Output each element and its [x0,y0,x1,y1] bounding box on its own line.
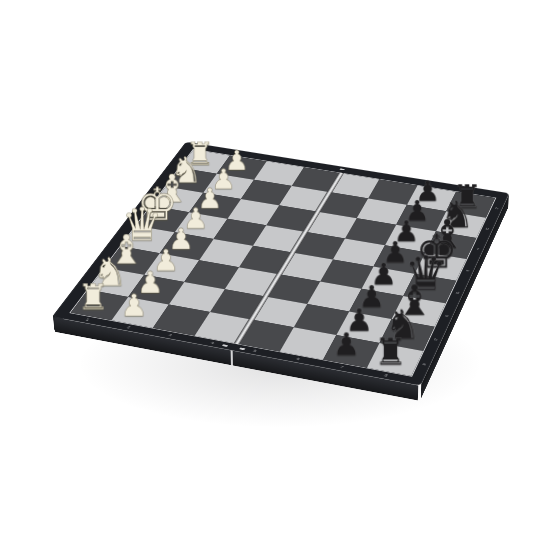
piece-black-rook: ♜ [447,151,488,217]
square-c8: ♝ [392,296,446,327]
hinge-icon [340,168,345,170]
piece-white-pawn: ♟ [217,115,256,179]
square-d8: ♛ [403,274,456,304]
product-photo: ♜♟♟♜♞♟♟♞♝♟♟♝♚♟♟♚♛♟♟♛♝♟♟♝♞♟♟♞♜♟♟♜ 1234567… [0,0,550,550]
piece-black-pawn: ♟ [408,145,448,210]
case-seam-gap [231,350,233,365]
square-f8: ♝ [425,231,476,259]
square-c3 [184,260,239,289]
piece-white-rook: ♜ [180,110,219,173]
